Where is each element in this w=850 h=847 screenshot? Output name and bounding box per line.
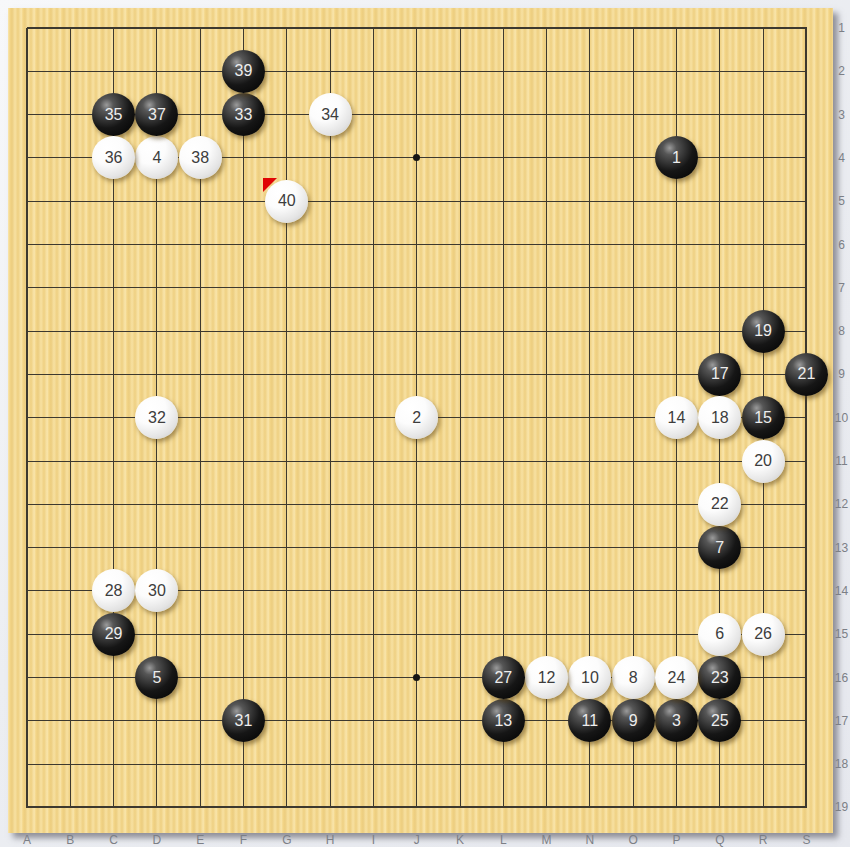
grid-line-horizontal bbox=[27, 504, 807, 505]
stone-white: 20 bbox=[742, 440, 785, 483]
stone-move-number: 2 bbox=[412, 410, 421, 426]
stone-move-number: 3 bbox=[672, 713, 681, 729]
stone-move-number: 23 bbox=[711, 670, 729, 686]
stone-move-number: 35 bbox=[105, 107, 123, 123]
grid-line-vertical bbox=[330, 28, 331, 808]
stone-black: 39 bbox=[222, 50, 265, 93]
grid-line-horizontal bbox=[27, 201, 807, 202]
stone-move-number: 34 bbox=[321, 107, 339, 123]
stone-white: 12 bbox=[525, 656, 568, 699]
stone-black: 11 bbox=[568, 699, 611, 742]
stone-move-number: 30 bbox=[148, 583, 166, 599]
stone-move-number: 37 bbox=[148, 107, 166, 123]
stone-black: 35 bbox=[92, 93, 135, 136]
grid-line-horizontal bbox=[27, 287, 807, 288]
row-label: 18 bbox=[834, 757, 849, 771]
stone-move-number: 13 bbox=[494, 713, 512, 729]
stone-move-number: 4 bbox=[152, 150, 161, 166]
stone-move-number: 6 bbox=[715, 626, 724, 642]
go-board[interactable]: 1234567891011121314151718192021222324252… bbox=[8, 8, 833, 833]
column-label: J bbox=[407, 833, 427, 847]
column-label: K bbox=[450, 833, 470, 847]
row-label: 11 bbox=[834, 454, 849, 468]
stone-black: 1 bbox=[655, 136, 698, 179]
column-label: H bbox=[320, 833, 340, 847]
row-label: 9 bbox=[834, 367, 849, 381]
grid-line-vertical bbox=[243, 28, 244, 808]
column-label: L bbox=[493, 833, 513, 847]
stone-black: 27 bbox=[482, 656, 525, 699]
stone-black: 25 bbox=[698, 699, 741, 742]
stone-black: 29 bbox=[92, 613, 135, 656]
grid-line-horizontal bbox=[27, 461, 807, 462]
grid-line-horizontal bbox=[27, 331, 807, 332]
column-label: O bbox=[623, 833, 643, 847]
grid-line-vertical bbox=[26, 28, 28, 808]
stone-white: 18 bbox=[698, 396, 741, 439]
stone-move-number: 31 bbox=[235, 713, 253, 729]
stone-black: 15 bbox=[742, 396, 785, 439]
stone-move-number: 8 bbox=[629, 670, 638, 686]
column-label: F bbox=[234, 833, 254, 847]
stone-move-number: 12 bbox=[538, 670, 556, 686]
stone-move-number: 9 bbox=[629, 713, 638, 729]
grid-line-horizontal bbox=[27, 764, 807, 765]
stone-black: 19 bbox=[742, 310, 785, 353]
stone-move-number: 27 bbox=[494, 670, 512, 686]
stone-black: 7 bbox=[698, 526, 741, 569]
grid-line-horizontal bbox=[27, 547, 807, 548]
go-kifu-page: 1234567891011121314151718192021222324252… bbox=[0, 0, 850, 847]
stone-move-number: 38 bbox=[191, 150, 209, 166]
row-label: 6 bbox=[834, 238, 849, 252]
stone-white: 34 bbox=[309, 93, 352, 136]
grid-line-horizontal bbox=[27, 374, 807, 375]
column-label: C bbox=[104, 833, 124, 847]
row-label: 19 bbox=[834, 800, 849, 814]
column-label: G bbox=[277, 833, 297, 847]
stone-move-number: 11 bbox=[582, 713, 599, 729]
grid-line-horizontal bbox=[27, 634, 807, 635]
stone-move-number: 36 bbox=[105, 150, 123, 166]
row-label: 10 bbox=[834, 411, 849, 425]
row-label: 4 bbox=[834, 151, 849, 165]
row-label: 12 bbox=[834, 497, 849, 511]
stone-white: 2 bbox=[395, 396, 438, 439]
grid-line-horizontal bbox=[27, 244, 807, 245]
stone-move-number: 1 bbox=[672, 150, 681, 166]
stone-move-number: 32 bbox=[148, 410, 166, 426]
stone-move-number: 22 bbox=[711, 496, 729, 512]
grid-line-horizontal bbox=[27, 27, 807, 29]
row-label: 7 bbox=[834, 281, 849, 295]
stone-move-number: 40 bbox=[278, 193, 296, 209]
column-label: E bbox=[190, 833, 210, 847]
row-label: 8 bbox=[834, 324, 849, 338]
stone-black: 9 bbox=[612, 699, 655, 742]
stone-move-number: 17 bbox=[711, 366, 729, 382]
grid-line-vertical bbox=[70, 28, 71, 808]
stone-white: 22 bbox=[698, 483, 741, 526]
grid-line-vertical bbox=[805, 28, 807, 808]
grid-line-vertical bbox=[286, 28, 287, 808]
column-label: M bbox=[537, 833, 557, 847]
row-label: 17 bbox=[834, 714, 849, 728]
row-label: 5 bbox=[834, 194, 849, 208]
stone-move-number: 26 bbox=[754, 626, 772, 642]
column-label: A bbox=[17, 833, 37, 847]
stone-white: 30 bbox=[135, 569, 178, 612]
row-label: 2 bbox=[834, 64, 849, 78]
stone-black: 17 bbox=[698, 353, 741, 396]
column-label: R bbox=[753, 833, 773, 847]
stone-move-number: 7 bbox=[715, 540, 724, 556]
stone-white: 28 bbox=[92, 569, 135, 612]
stone-white: 10 bbox=[568, 656, 611, 699]
stone-white: 8 bbox=[612, 656, 655, 699]
stone-move-number: 5 bbox=[152, 670, 161, 686]
stone-white: 36 bbox=[92, 136, 135, 179]
column-label: P bbox=[667, 833, 687, 847]
row-label: 15 bbox=[834, 627, 849, 641]
stone-white: 4 bbox=[135, 136, 178, 179]
column-label: B bbox=[60, 833, 80, 847]
stone-move-number: 24 bbox=[668, 670, 686, 686]
stone-move-number: 14 bbox=[668, 410, 686, 426]
stone-white: 6 bbox=[698, 613, 741, 656]
stone-black: 33 bbox=[222, 93, 265, 136]
row-label: 1 bbox=[834, 21, 849, 35]
stone-black: 13 bbox=[482, 699, 525, 742]
stone-move-number: 20 bbox=[754, 453, 772, 469]
stone-white: 14 bbox=[655, 396, 698, 439]
stone-white: 24 bbox=[655, 656, 698, 699]
stone-black: 31 bbox=[222, 699, 265, 742]
row-label: 16 bbox=[834, 671, 849, 685]
stone-white: 32 bbox=[135, 396, 178, 439]
row-label: 3 bbox=[834, 108, 849, 122]
stone-move-number: 21 bbox=[797, 366, 815, 382]
stone-move-number: 19 bbox=[754, 323, 772, 339]
stone-white: 38 bbox=[179, 136, 222, 179]
row-label: 13 bbox=[834, 541, 849, 555]
star-point bbox=[413, 154, 420, 161]
stone-black: 23 bbox=[698, 656, 741, 699]
column-label: Q bbox=[710, 833, 730, 847]
grid-line-vertical bbox=[373, 28, 374, 808]
stone-move-number: 15 bbox=[754, 410, 772, 426]
stone-move-number: 18 bbox=[711, 410, 729, 426]
stone-white: 40 bbox=[265, 180, 308, 223]
column-label: S bbox=[796, 833, 816, 847]
stone-move-number: 10 bbox=[581, 670, 599, 686]
grid-line-horizontal bbox=[27, 71, 807, 72]
grid-line-horizontal bbox=[27, 806, 807, 808]
column-label: D bbox=[147, 833, 167, 847]
stone-move-number: 29 bbox=[105, 626, 123, 642]
stone-black: 3 bbox=[655, 699, 698, 742]
column-label: N bbox=[580, 833, 600, 847]
stone-black: 5 bbox=[135, 656, 178, 699]
grid-line-vertical bbox=[460, 28, 461, 808]
stone-move-number: 28 bbox=[105, 583, 123, 599]
row-label: 14 bbox=[834, 584, 849, 598]
star-point bbox=[413, 674, 420, 681]
stone-move-number: 25 bbox=[711, 713, 729, 729]
stone-move-number: 33 bbox=[235, 107, 253, 123]
stone-move-number: 39 bbox=[235, 63, 253, 79]
column-label: I bbox=[363, 833, 383, 847]
stone-black: 37 bbox=[135, 93, 178, 136]
stone-white: 26 bbox=[742, 613, 785, 656]
stone-black: 21 bbox=[785, 353, 828, 396]
